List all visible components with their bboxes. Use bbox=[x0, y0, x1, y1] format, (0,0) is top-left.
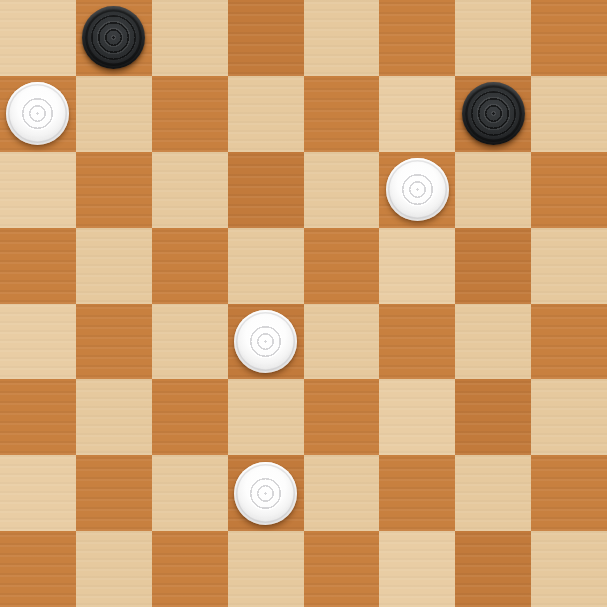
square-r5c7 bbox=[531, 379, 607, 455]
square-r7c6[interactable] bbox=[455, 531, 531, 607]
square-r5c5 bbox=[379, 379, 455, 455]
square-r6c3[interactable]: ⛀ bbox=[228, 455, 304, 531]
square-r4c2 bbox=[152, 304, 228, 380]
square-r7c1 bbox=[76, 531, 152, 607]
square-r6c6 bbox=[455, 455, 531, 531]
square-r1c1 bbox=[76, 76, 152, 152]
square-r2c0 bbox=[0, 152, 76, 228]
square-r2c5[interactable]: ⛀ bbox=[379, 152, 455, 228]
square-r6c5[interactable] bbox=[379, 455, 455, 531]
square-r2c1[interactable] bbox=[76, 152, 152, 228]
square-r0c0 bbox=[0, 0, 76, 76]
square-r0c6 bbox=[455, 0, 531, 76]
square-r1c4[interactable] bbox=[304, 76, 380, 152]
square-r7c0[interactable] bbox=[0, 531, 76, 607]
square-r3c5 bbox=[379, 228, 455, 304]
square-r1c0[interactable]: ⛀ bbox=[0, 76, 76, 152]
white-man[interactable]: ⛀ bbox=[234, 462, 297, 525]
square-r5c2[interactable] bbox=[152, 379, 228, 455]
square-r2c4 bbox=[304, 152, 380, 228]
square-r7c4[interactable] bbox=[304, 531, 380, 607]
square-r3c0[interactable] bbox=[0, 228, 76, 304]
square-r1c2[interactable] bbox=[152, 76, 228, 152]
square-r1c6[interactable]: ⛂ bbox=[455, 76, 531, 152]
white-man-glyph: ⛀ bbox=[234, 462, 297, 525]
square-r3c4[interactable] bbox=[304, 228, 380, 304]
white-man[interactable]: ⛀ bbox=[386, 158, 449, 221]
square-r5c4[interactable] bbox=[304, 379, 380, 455]
square-r0c3[interactable] bbox=[228, 0, 304, 76]
square-r0c4 bbox=[304, 0, 380, 76]
square-r7c5 bbox=[379, 531, 455, 607]
square-r7c7 bbox=[531, 531, 607, 607]
square-r0c1[interactable]: ⛂ bbox=[76, 0, 152, 76]
square-r3c1 bbox=[76, 228, 152, 304]
checkers-board: ⛂⛀⛂⛀⛀⛀ bbox=[0, 0, 607, 607]
black-man[interactable]: ⛂ bbox=[462, 82, 525, 145]
square-r2c6 bbox=[455, 152, 531, 228]
square-r4c4 bbox=[304, 304, 380, 380]
square-r4c1[interactable] bbox=[76, 304, 152, 380]
square-r4c0 bbox=[0, 304, 76, 380]
square-r2c3[interactable] bbox=[228, 152, 304, 228]
white-man-glyph: ⛀ bbox=[6, 82, 69, 145]
square-r5c0[interactable] bbox=[0, 379, 76, 455]
square-r3c7 bbox=[531, 228, 607, 304]
black-man-glyph: ⛂ bbox=[82, 6, 145, 69]
square-r6c7[interactable] bbox=[531, 455, 607, 531]
square-r5c3 bbox=[228, 379, 304, 455]
white-man-glyph: ⛀ bbox=[386, 158, 449, 221]
square-r5c1 bbox=[76, 379, 152, 455]
white-man[interactable]: ⛀ bbox=[234, 310, 297, 373]
square-r0c5[interactable] bbox=[379, 0, 455, 76]
black-man[interactable]: ⛂ bbox=[82, 6, 145, 69]
square-r3c3 bbox=[228, 228, 304, 304]
white-man-glyph: ⛀ bbox=[234, 310, 297, 373]
square-r7c2[interactable] bbox=[152, 531, 228, 607]
square-r4c7[interactable] bbox=[531, 304, 607, 380]
square-r6c2 bbox=[152, 455, 228, 531]
square-r6c4 bbox=[304, 455, 380, 531]
square-r1c7 bbox=[531, 76, 607, 152]
square-r3c6[interactable] bbox=[455, 228, 531, 304]
square-r1c5 bbox=[379, 76, 455, 152]
square-r2c2 bbox=[152, 152, 228, 228]
square-r6c0 bbox=[0, 455, 76, 531]
square-r1c3 bbox=[228, 76, 304, 152]
square-r5c6[interactable] bbox=[455, 379, 531, 455]
white-man[interactable]: ⛀ bbox=[6, 82, 69, 145]
square-r0c2 bbox=[152, 0, 228, 76]
square-r4c6 bbox=[455, 304, 531, 380]
square-r6c1[interactable] bbox=[76, 455, 152, 531]
black-man-glyph: ⛂ bbox=[462, 82, 525, 145]
square-r4c3[interactable]: ⛀ bbox=[228, 304, 304, 380]
square-r7c3 bbox=[228, 531, 304, 607]
square-r4c5[interactable] bbox=[379, 304, 455, 380]
square-r3c2[interactable] bbox=[152, 228, 228, 304]
square-r0c7[interactable] bbox=[531, 0, 607, 76]
square-r2c7[interactable] bbox=[531, 152, 607, 228]
